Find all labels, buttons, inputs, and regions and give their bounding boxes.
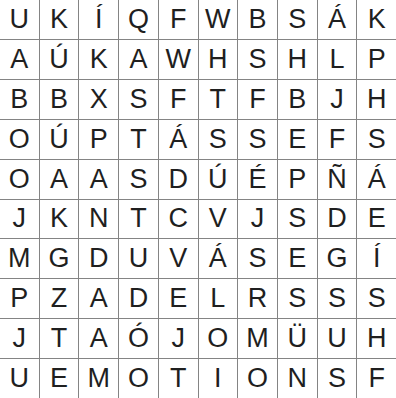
grid-cell-r7c1[interactable]: M: [0, 239, 39, 278]
grid-cell-r7c8[interactable]: E: [278, 239, 317, 278]
grid-cell-r8c10[interactable]: S: [357, 279, 396, 318]
grid-cell-r3c7[interactable]: F: [238, 80, 277, 119]
grid-cell-r1c2[interactable]: K: [40, 0, 79, 39]
grid-cell-r10c10[interactable]: F: [357, 359, 396, 398]
grid-cell-r5c8[interactable]: P: [278, 160, 317, 199]
grid-cell-r1c3[interactable]: Í: [79, 0, 118, 39]
grid-cell-r6c6[interactable]: V: [199, 200, 238, 239]
grid-cell-r9c5[interactable]: J: [159, 319, 198, 358]
grid-cell-r2c4[interactable]: A: [119, 40, 158, 79]
grid-cell-r8c9[interactable]: S: [318, 279, 357, 318]
grid-cell-r9c2[interactable]: T: [40, 319, 79, 358]
grid-cell-r2c9[interactable]: L: [318, 40, 357, 79]
grid-cell-r6c7[interactable]: J: [238, 200, 277, 239]
grid-cell-r7c4[interactable]: U: [119, 239, 158, 278]
grid-cell-r9c1[interactable]: J: [0, 319, 39, 358]
grid-cell-r5c4[interactable]: S: [119, 160, 158, 199]
grid-cell-r8c1[interactable]: P: [0, 279, 39, 318]
grid-cell-r5c6[interactable]: Ú: [199, 160, 238, 199]
grid-cell-r5c1[interactable]: O: [0, 160, 39, 199]
grid-cell-r2c3[interactable]: K: [79, 40, 118, 79]
grid-cell-r1c4[interactable]: Q: [119, 0, 158, 39]
grid-cell-r6c10[interactable]: E: [357, 200, 396, 239]
grid-cell-r1c1[interactable]: U: [0, 0, 39, 39]
grid-cell-r5c2[interactable]: A: [40, 160, 79, 199]
grid-cell-r5c3[interactable]: A: [79, 160, 118, 199]
grid-cell-r6c3[interactable]: N: [79, 200, 118, 239]
grid-cell-r4c5[interactable]: Á: [159, 120, 198, 159]
grid-cell-r8c5[interactable]: E: [159, 279, 198, 318]
grid-cell-r8c2[interactable]: Z: [40, 279, 79, 318]
grid-cell-r7c5[interactable]: V: [159, 239, 198, 278]
grid-cell-r10c7[interactable]: O: [238, 359, 277, 398]
grid-cell-r10c2[interactable]: E: [40, 359, 79, 398]
grid-cell-r5c5[interactable]: D: [159, 160, 198, 199]
grid-cell-r2c7[interactable]: S: [238, 40, 277, 79]
grid-cell-r8c3[interactable]: A: [79, 279, 118, 318]
grid-cell-r4c7[interactable]: S: [238, 120, 277, 159]
grid-cell-r5c9[interactable]: Ñ: [318, 160, 357, 199]
grid-cell-r8c7[interactable]: R: [238, 279, 277, 318]
grid-cell-r1c9[interactable]: Á: [318, 0, 357, 39]
grid-cell-r2c6[interactable]: H: [199, 40, 238, 79]
grid-cell-r3c1[interactable]: B: [0, 80, 39, 119]
grid-cell-r8c6[interactable]: L: [199, 279, 238, 318]
grid-cell-r4c1[interactable]: O: [0, 120, 39, 159]
grid-cell-r9c3[interactable]: A: [79, 319, 118, 358]
grid-cell-r7c6[interactable]: Á: [199, 239, 238, 278]
grid-cell-r10c4[interactable]: O: [119, 359, 158, 398]
grid-cell-r4c6[interactable]: S: [199, 120, 238, 159]
grid-cell-r5c7[interactable]: É: [238, 160, 277, 199]
grid-cell-r3c8[interactable]: B: [278, 80, 317, 119]
grid-cell-r4c8[interactable]: E: [278, 120, 317, 159]
grid-cell-r6c9[interactable]: D: [318, 200, 357, 239]
grid-cell-r9c10[interactable]: H: [357, 319, 396, 358]
grid-cell-r4c3[interactable]: P: [79, 120, 118, 159]
grid-cell-r1c5[interactable]: F: [159, 0, 198, 39]
grid-cell-r3c2[interactable]: B: [40, 80, 79, 119]
grid-cell-r6c8[interactable]: S: [278, 200, 317, 239]
grid-cell-r4c10[interactable]: S: [357, 120, 396, 159]
grid-cell-r1c6[interactable]: W: [199, 0, 238, 39]
grid-cell-r7c9[interactable]: G: [318, 239, 357, 278]
grid-cell-r9c6[interactable]: O: [199, 319, 238, 358]
grid-cell-r8c4[interactable]: D: [119, 279, 158, 318]
grid-cell-r3c6[interactable]: T: [199, 80, 238, 119]
grid-cell-r2c10[interactable]: P: [357, 40, 396, 79]
grid-cell-r2c5[interactable]: W: [159, 40, 198, 79]
grid-cell-r10c5[interactable]: T: [159, 359, 198, 398]
grid-cell-r3c3[interactable]: X: [79, 80, 118, 119]
grid-cell-r3c10[interactable]: H: [357, 80, 396, 119]
grid-cell-r6c5[interactable]: C: [159, 200, 198, 239]
grid-cell-r9c7[interactable]: M: [238, 319, 277, 358]
grid-cell-r6c1[interactable]: J: [0, 200, 39, 239]
grid-cell-r3c5[interactable]: F: [159, 80, 198, 119]
grid-cell-r1c10[interactable]: K: [357, 0, 396, 39]
grid-cell-r10c6[interactable]: I: [199, 359, 238, 398]
grid-cell-r1c7[interactable]: B: [238, 0, 277, 39]
word-search-grid: UKÍQFWBSÁKAÚKAWHSHLPBBXSFTFBJHOÚPTÁSSEFS…: [0, 0, 396, 398]
grid-cell-r4c9[interactable]: F: [318, 120, 357, 159]
grid-cell-r1c8[interactable]: S: [278, 0, 317, 39]
grid-cell-r4c2[interactable]: Ú: [40, 120, 79, 159]
grid-cell-r10c1[interactable]: U: [0, 359, 39, 398]
grid-cell-r6c4[interactable]: T: [119, 200, 158, 239]
grid-cell-r3c4[interactable]: S: [119, 80, 158, 119]
grid-cell-r9c4[interactable]: Ó: [119, 319, 158, 358]
grid-cell-r9c8[interactable]: Ü: [278, 319, 317, 358]
grid-cell-r7c2[interactable]: G: [40, 239, 79, 278]
grid-cell-r9c9[interactable]: U: [318, 319, 357, 358]
grid-cell-r10c9[interactable]: S: [318, 359, 357, 398]
grid-cell-r8c8[interactable]: S: [278, 279, 317, 318]
grid-cell-r7c3[interactable]: D: [79, 239, 118, 278]
grid-cell-r6c2[interactable]: K: [40, 200, 79, 239]
grid-cell-r2c1[interactable]: A: [0, 40, 39, 79]
grid-cell-r4c4[interactable]: T: [119, 120, 158, 159]
grid-cell-r10c8[interactable]: N: [278, 359, 317, 398]
grid-cell-r2c8[interactable]: H: [278, 40, 317, 79]
grid-cell-r3c9[interactable]: J: [318, 80, 357, 119]
grid-cell-r5c10[interactable]: Á: [357, 160, 396, 199]
grid-cell-r7c7[interactable]: S: [238, 239, 277, 278]
grid-cell-r2c2[interactable]: Ú: [40, 40, 79, 79]
grid-cell-r10c3[interactable]: M: [79, 359, 118, 398]
grid-cell-r7c10[interactable]: Í: [357, 239, 396, 278]
